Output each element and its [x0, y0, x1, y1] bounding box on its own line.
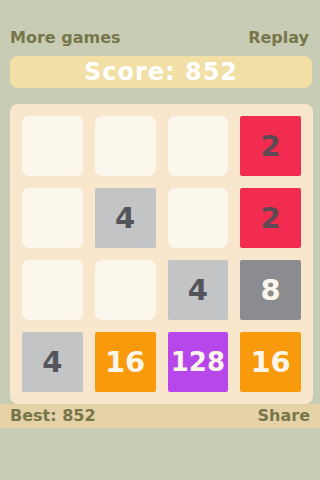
top-bar: More games Replay — [10, 29, 309, 47]
tile-16: 16 — [95, 332, 156, 392]
best-score-label: Best: 852 — [10, 407, 96, 425]
score-banner: Score: 852 — [10, 56, 312, 88]
tile-128: 128 — [168, 332, 229, 392]
more-games-button[interactable]: More games — [10, 29, 121, 47]
empty-cell — [95, 260, 156, 320]
score-label: Score: 852 — [84, 58, 238, 86]
tile-2: 2 — [240, 188, 301, 248]
replay-button[interactable]: Replay — [248, 29, 309, 47]
tile-4: 4 — [168, 260, 229, 320]
tile-2: 2 — [240, 116, 301, 176]
tile-8: 8 — [240, 260, 301, 320]
footer-bar: Best: 852 Share — [0, 404, 320, 428]
share-button[interactable]: Share — [258, 407, 310, 425]
app-screen: More games Replay Score: 852 24248416128… — [0, 0, 320, 480]
tile-4: 4 — [22, 332, 83, 392]
empty-cell — [22, 260, 83, 320]
board-grid[interactable]: 2424841612816 — [10, 104, 313, 404]
empty-cell — [22, 116, 83, 176]
empty-cell — [95, 116, 156, 176]
tile-16: 16 — [240, 332, 301, 392]
tile-4: 4 — [95, 188, 156, 248]
empty-cell — [22, 188, 83, 248]
empty-cell — [168, 116, 229, 176]
empty-cell — [168, 188, 229, 248]
